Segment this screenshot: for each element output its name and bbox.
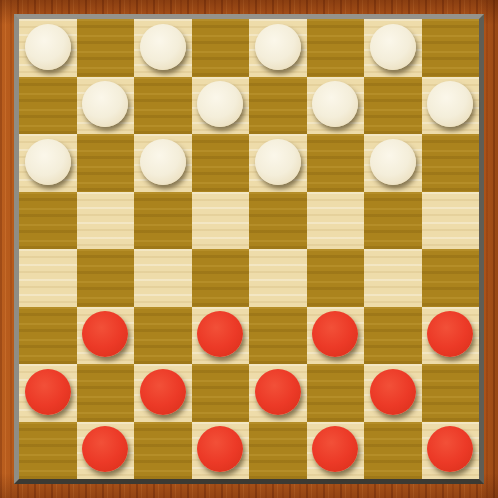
- board-square[interactable]: ⛀: [134, 134, 192, 192]
- board-square[interactable]: ⛀: [134, 19, 192, 77]
- board-square[interactable]: [19, 192, 77, 250]
- board-square[interactable]: [134, 422, 192, 480]
- board-square[interactable]: [249, 307, 307, 365]
- wood-frame: ⛀⛀⛀⛀⛀⛀⛀⛀⛀⛀⛀⛀⛂⛂⛂⛂⛂⛂⛂⛂⛂⛂⛂⛂: [0, 0, 498, 498]
- board-square[interactable]: [249, 249, 307, 307]
- board-square[interactable]: [249, 422, 307, 480]
- board-square[interactable]: ⛂: [77, 422, 135, 480]
- red-checker-piece[interactable]: ⛂: [140, 369, 186, 415]
- red-checker-piece[interactable]: ⛂: [427, 426, 473, 472]
- board-square[interactable]: [422, 134, 480, 192]
- board-square[interactable]: [422, 19, 480, 77]
- board-square[interactable]: [19, 307, 77, 365]
- board-square[interactable]: [364, 249, 422, 307]
- board-square[interactable]: [19, 249, 77, 307]
- board-square[interactable]: ⛂: [307, 422, 365, 480]
- board-square[interactable]: [422, 192, 480, 250]
- board-square[interactable]: [364, 192, 422, 250]
- board-square[interactable]: [249, 77, 307, 135]
- white-checker-piece[interactable]: ⛀: [197, 81, 243, 127]
- board-square[interactable]: ⛀: [249, 19, 307, 77]
- board-square[interactable]: [307, 134, 365, 192]
- white-checker-piece[interactable]: ⛀: [427, 81, 473, 127]
- board-square[interactable]: ⛂: [192, 422, 250, 480]
- board-square[interactable]: [307, 249, 365, 307]
- red-checker-piece[interactable]: ⛂: [427, 311, 473, 357]
- board-square[interactable]: ⛀: [192, 77, 250, 135]
- checkers-board: ⛀⛀⛀⛀⛀⛀⛀⛀⛀⛀⛀⛀⛂⛂⛂⛂⛂⛂⛂⛂⛂⛂⛂⛂: [19, 19, 479, 479]
- red-checker-piece[interactable]: ⛂: [370, 369, 416, 415]
- white-checker-piece[interactable]: ⛀: [25, 139, 71, 185]
- red-checker-piece[interactable]: ⛂: [197, 311, 243, 357]
- red-checker-piece[interactable]: ⛂: [25, 369, 71, 415]
- white-checker-piece[interactable]: ⛀: [370, 139, 416, 185]
- board-square[interactable]: ⛀: [307, 77, 365, 135]
- board-square[interactable]: [307, 19, 365, 77]
- board-square[interactable]: ⛂: [134, 364, 192, 422]
- board-square[interactable]: [77, 364, 135, 422]
- board-square[interactable]: [307, 364, 365, 422]
- board-square[interactable]: ⛀: [364, 134, 422, 192]
- board-square[interactable]: [134, 192, 192, 250]
- board-square[interactable]: [192, 19, 250, 77]
- red-checker-piece[interactable]: ⛂: [312, 426, 358, 472]
- board-square[interactable]: ⛂: [422, 422, 480, 480]
- board-square[interactable]: ⛀: [364, 19, 422, 77]
- board-square[interactable]: ⛀: [19, 19, 77, 77]
- board-square[interactable]: [364, 307, 422, 365]
- board-square[interactable]: [77, 249, 135, 307]
- board-square[interactable]: [19, 422, 77, 480]
- red-checker-piece[interactable]: ⛂: [82, 311, 128, 357]
- white-checker-piece[interactable]: ⛀: [370, 24, 416, 70]
- board-square[interactable]: ⛂: [364, 364, 422, 422]
- board-square[interactable]: [192, 364, 250, 422]
- red-checker-piece[interactable]: ⛂: [312, 311, 358, 357]
- board-square[interactable]: [19, 77, 77, 135]
- board-square[interactable]: ⛀: [77, 77, 135, 135]
- board-square[interactable]: [307, 192, 365, 250]
- red-checker-piece[interactable]: ⛂: [197, 426, 243, 472]
- board-square[interactable]: ⛂: [249, 364, 307, 422]
- board-square[interactable]: ⛂: [422, 307, 480, 365]
- board-square[interactable]: [364, 77, 422, 135]
- white-checker-piece[interactable]: ⛀: [25, 24, 71, 70]
- board-square[interactable]: ⛀: [422, 77, 480, 135]
- white-checker-piece[interactable]: ⛀: [140, 24, 186, 70]
- board-square[interactable]: [134, 77, 192, 135]
- board-border: ⛀⛀⛀⛀⛀⛀⛀⛀⛀⛀⛀⛀⛂⛂⛂⛂⛂⛂⛂⛂⛂⛂⛂⛂: [14, 14, 484, 484]
- white-checker-piece[interactable]: ⛀: [255, 139, 301, 185]
- board-square[interactable]: [249, 192, 307, 250]
- board-square[interactable]: [134, 307, 192, 365]
- white-checker-piece[interactable]: ⛀: [255, 24, 301, 70]
- board-square[interactable]: [364, 422, 422, 480]
- board-square[interactable]: [134, 249, 192, 307]
- white-checker-piece[interactable]: ⛀: [312, 81, 358, 127]
- board-square[interactable]: ⛀: [249, 134, 307, 192]
- board-square[interactable]: ⛂: [192, 307, 250, 365]
- white-checker-piece[interactable]: ⛀: [140, 139, 186, 185]
- board-square[interactable]: ⛂: [307, 307, 365, 365]
- board-square[interactable]: [77, 192, 135, 250]
- board-square[interactable]: ⛂: [77, 307, 135, 365]
- board-square[interactable]: ⛂: [19, 364, 77, 422]
- board-square[interactable]: [192, 134, 250, 192]
- board-square[interactable]: [422, 249, 480, 307]
- red-checker-piece[interactable]: ⛂: [255, 369, 301, 415]
- white-checker-piece[interactable]: ⛀: [82, 81, 128, 127]
- red-checker-piece[interactable]: ⛂: [82, 426, 128, 472]
- board-square[interactable]: [192, 249, 250, 307]
- board-square[interactable]: [77, 134, 135, 192]
- board-square[interactable]: ⛀: [19, 134, 77, 192]
- board-square[interactable]: [192, 192, 250, 250]
- board-square[interactable]: [77, 19, 135, 77]
- board-square[interactable]: [422, 364, 480, 422]
